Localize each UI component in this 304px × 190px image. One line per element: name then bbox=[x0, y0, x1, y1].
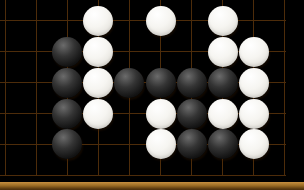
stone-white bbox=[83, 99, 113, 129]
stone-white bbox=[208, 99, 238, 129]
grid-hline bbox=[0, 175, 286, 176]
stone-white bbox=[208, 6, 238, 36]
stone-black bbox=[52, 68, 82, 98]
stone-black bbox=[114, 68, 144, 98]
stone-white bbox=[239, 37, 269, 67]
stone-black bbox=[208, 68, 238, 98]
grid-hline bbox=[0, 20, 286, 21]
grid-vline bbox=[284, 0, 285, 176]
stone-white bbox=[83, 68, 113, 98]
stone-white bbox=[146, 99, 176, 129]
stone-black bbox=[177, 129, 207, 159]
stone-black bbox=[208, 129, 238, 159]
stone-black bbox=[177, 68, 207, 98]
stone-white bbox=[239, 99, 269, 129]
stone-white bbox=[83, 37, 113, 67]
grid-vline bbox=[36, 0, 37, 176]
stone-black bbox=[177, 99, 207, 129]
stone-black bbox=[52, 99, 82, 129]
stone-black bbox=[146, 68, 176, 98]
go-board[interactable] bbox=[0, 0, 304, 190]
grid-vline bbox=[5, 0, 6, 176]
stone-white bbox=[146, 129, 176, 159]
stone-white bbox=[83, 6, 113, 36]
stone-white bbox=[208, 37, 238, 67]
stone-white bbox=[146, 6, 176, 36]
board-bottom-edge bbox=[0, 182, 304, 190]
stone-black bbox=[52, 37, 82, 67]
stone-white bbox=[239, 68, 269, 98]
